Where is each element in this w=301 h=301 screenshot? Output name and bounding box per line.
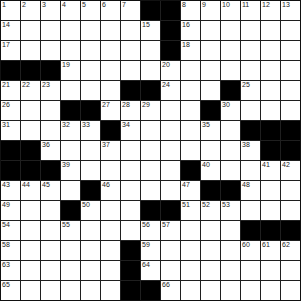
cell-r4c15[interactable] xyxy=(281,61,300,80)
cell-r9c14[interactable]: 41 xyxy=(261,161,280,180)
cell-r8c4[interactable] xyxy=(61,141,80,160)
cell-r14c6[interactable] xyxy=(101,261,120,280)
block-r12c13 xyxy=(241,221,260,240)
cell-r10c15[interactable] xyxy=(281,181,300,200)
cell-r1c11[interactable]: 9 xyxy=(201,1,220,20)
clue-number: 30 xyxy=(222,101,230,109)
cell-r10c13[interactable]: 48 xyxy=(241,181,260,200)
block-r7c13 xyxy=(241,121,260,140)
cell-r8c5[interactable] xyxy=(81,141,100,160)
cell-r2c5[interactable] xyxy=(81,21,100,40)
cell-r8c3[interactable]: 36 xyxy=(41,141,60,160)
cell-r2c15[interactable] xyxy=(281,21,300,40)
cell-r7c4[interactable]: 32 xyxy=(61,121,80,140)
cell-r15c12[interactable] xyxy=(221,281,240,300)
cell-r13c8[interactable]: 59 xyxy=(141,241,160,260)
cell-r5c3[interactable]: 23 xyxy=(41,81,60,100)
cell-r14c11[interactable] xyxy=(201,261,220,280)
cell-r8c8[interactable] xyxy=(141,141,160,160)
clue-number: 63 xyxy=(2,261,10,269)
cell-r8c6[interactable]: 37 xyxy=(101,141,120,160)
clue-number: 2 xyxy=(22,1,26,9)
clue-number: 31 xyxy=(2,121,10,129)
cell-r2c10[interactable]: 16 xyxy=(181,21,200,40)
cell-r7c3[interactable] xyxy=(41,121,60,140)
clue-number: 57 xyxy=(162,221,170,229)
cell-r4c5[interactable] xyxy=(81,61,100,80)
cell-r4c6[interactable] xyxy=(101,61,120,80)
cell-r10c1[interactable]: 43 xyxy=(1,181,20,200)
cell-r13c10[interactable] xyxy=(181,241,200,260)
cell-r13c11[interactable] xyxy=(201,241,220,260)
clue-number: 10 xyxy=(222,1,230,9)
block-r6c5 xyxy=(81,101,100,120)
cell-r3c5[interactable] xyxy=(81,41,100,60)
cell-r9c12[interactable] xyxy=(221,161,240,180)
clue-number: 34 xyxy=(122,121,130,129)
cell-r6c7[interactable]: 28 xyxy=(121,101,140,120)
cell-r15c14[interactable] xyxy=(261,281,280,300)
cell-r4c13[interactable] xyxy=(241,61,260,80)
cell-r11c2[interactable] xyxy=(21,201,40,220)
cell-r3c4[interactable] xyxy=(61,41,80,60)
block-r10c11 xyxy=(201,181,220,200)
clue-number: 47 xyxy=(182,181,190,189)
cell-r1c13[interactable]: 11 xyxy=(241,1,260,20)
cell-r9c9[interactable] xyxy=(161,161,180,180)
clue-number: 26 xyxy=(2,101,10,109)
cell-r2c13[interactable] xyxy=(241,21,260,40)
block-r12c15 xyxy=(281,221,300,240)
clue-number: 58 xyxy=(2,241,10,249)
cell-r9c8[interactable] xyxy=(141,161,160,180)
clue-number: 36 xyxy=(42,141,50,149)
clue-number: 16 xyxy=(182,21,190,29)
cell-r12c11[interactable] xyxy=(201,221,220,240)
cell-r2c12[interactable] xyxy=(221,21,240,40)
cell-r6c8[interactable]: 29 xyxy=(141,101,160,120)
cell-r10c7[interactable] xyxy=(121,181,140,200)
cell-r5c9[interactable]: 24 xyxy=(161,81,180,100)
block-r5c7 xyxy=(121,81,140,100)
block-r11c8 xyxy=(141,201,160,220)
clue-number: 64 xyxy=(142,261,150,269)
cell-r11c5[interactable]: 50 xyxy=(81,201,100,220)
cell-r3c8[interactable] xyxy=(141,41,160,60)
cell-r15c6[interactable] xyxy=(101,281,120,300)
clue-number: 12 xyxy=(262,1,270,9)
clue-number: 19 xyxy=(62,61,70,69)
clue-number: 13 xyxy=(282,1,290,9)
cell-r14c15[interactable] xyxy=(281,261,300,280)
cell-r4c14[interactable] xyxy=(261,61,280,80)
cell-r6c15[interactable] xyxy=(281,101,300,120)
cell-r7c1[interactable]: 31 xyxy=(1,121,20,140)
cell-r5c1[interactable]: 21 xyxy=(1,81,20,100)
cell-r15c4[interactable] xyxy=(61,281,80,300)
cell-r14c5[interactable] xyxy=(81,261,100,280)
clue-number: 9 xyxy=(202,1,206,9)
clue-number: 4 xyxy=(62,1,66,9)
block-r8c1 xyxy=(1,141,20,160)
cell-r10c6[interactable]: 46 xyxy=(101,181,120,200)
clue-number: 35 xyxy=(202,121,210,129)
cell-r14c1[interactable]: 63 xyxy=(1,261,20,280)
cell-r8c11[interactable] xyxy=(201,141,220,160)
cell-r10c9[interactable] xyxy=(161,181,180,200)
cell-r3c11[interactable] xyxy=(201,41,220,60)
clue-number: 44 xyxy=(22,181,30,189)
cell-r12c8[interactable]: 56 xyxy=(141,221,160,240)
cell-r12c9[interactable]: 57 xyxy=(161,221,180,240)
cell-r7c9[interactable] xyxy=(161,121,180,140)
cell-r15c15[interactable] xyxy=(281,281,300,300)
cell-r3c14[interactable] xyxy=(261,41,280,60)
cell-r13c13[interactable]: 60 xyxy=(241,241,260,260)
clue-number: 1 xyxy=(2,1,6,9)
cell-r13c2[interactable] xyxy=(21,241,40,260)
cell-r1c12[interactable]: 10 xyxy=(221,1,240,20)
block-r4c2 xyxy=(21,61,40,80)
clue-number: 46 xyxy=(102,181,110,189)
cell-r13c5[interactable] xyxy=(81,241,100,260)
cell-r14c3[interactable] xyxy=(41,261,60,280)
cell-r4c8[interactable] xyxy=(141,61,160,80)
clue-number: 24 xyxy=(162,81,170,89)
cell-r11c7[interactable] xyxy=(121,201,140,220)
cell-r12c5[interactable] xyxy=(81,221,100,240)
clue-number: 40 xyxy=(202,161,210,169)
cell-r3c3[interactable] xyxy=(41,41,60,60)
cell-r6c1[interactable]: 26 xyxy=(1,101,20,120)
block-r8c2 xyxy=(21,141,40,160)
clue-number: 29 xyxy=(142,101,150,109)
clue-number: 28 xyxy=(122,101,130,109)
clue-number: 43 xyxy=(2,181,10,189)
cell-r11c3[interactable] xyxy=(41,201,60,220)
cell-r11c1[interactable]: 49 xyxy=(1,201,20,220)
clue-number: 23 xyxy=(42,81,50,89)
crossword-grid: 1234567891011121314151617181920212223242… xyxy=(0,0,301,301)
cell-r1c1[interactable]: 1 xyxy=(1,1,20,20)
clue-number: 62 xyxy=(282,241,290,249)
cell-r1c5[interactable]: 5 xyxy=(81,1,100,20)
cell-r4c4[interactable]: 19 xyxy=(61,61,80,80)
block-r4c3 xyxy=(41,61,60,80)
clue-number: 50 xyxy=(82,201,90,209)
clue-number: 51 xyxy=(182,201,190,209)
block-r9c2 xyxy=(21,161,40,180)
clue-number: 18 xyxy=(182,41,190,49)
clue-number: 59 xyxy=(142,241,150,249)
cell-r12c7[interactable] xyxy=(121,221,140,240)
cell-r12c4[interactable]: 55 xyxy=(61,221,80,240)
clue-number: 48 xyxy=(242,181,250,189)
clue-number: 8 xyxy=(182,1,186,9)
cell-r11c11[interactable]: 52 xyxy=(201,201,220,220)
block-r1c9 xyxy=(161,1,180,20)
block-r5c8 xyxy=(141,81,160,100)
cell-r14c10[interactable] xyxy=(181,261,200,280)
cell-r6c2[interactable] xyxy=(21,101,40,120)
cell-r6c6[interactable]: 27 xyxy=(101,101,120,120)
block-r6c4 xyxy=(61,101,80,120)
block-r2c9 xyxy=(161,21,180,40)
cell-r8c10[interactable] xyxy=(181,141,200,160)
clue-number: 53 xyxy=(222,201,230,209)
clue-number: 21 xyxy=(2,81,10,89)
cell-r15c9[interactable]: 66 xyxy=(161,281,180,300)
block-r12c14 xyxy=(261,221,280,240)
cell-r1c10[interactable]: 8 xyxy=(181,1,200,20)
clue-number: 55 xyxy=(62,221,70,229)
block-r4c1 xyxy=(1,61,20,80)
cell-r7c12[interactable] xyxy=(221,121,240,140)
block-r11c9 xyxy=(161,201,180,220)
cell-r14c13[interactable] xyxy=(241,261,260,280)
block-r8c15 xyxy=(281,141,300,160)
clue-number: 60 xyxy=(242,241,250,249)
cell-r11c6[interactable] xyxy=(101,201,120,220)
cell-r7c5[interactable]: 33 xyxy=(81,121,100,140)
cell-r7c11[interactable]: 35 xyxy=(201,121,220,140)
cell-r3c1[interactable]: 17 xyxy=(1,41,20,60)
block-r15c7 xyxy=(121,281,140,300)
cell-r12c1[interactable]: 54 xyxy=(1,221,20,240)
cell-r9c11[interactable]: 40 xyxy=(201,161,220,180)
cell-r7c7[interactable]: 34 xyxy=(121,121,140,140)
cell-r3c12[interactable] xyxy=(221,41,240,60)
cell-r6c3[interactable] xyxy=(41,101,60,120)
cell-r12c10[interactable] xyxy=(181,221,200,240)
cell-r6c12[interactable]: 30 xyxy=(221,101,240,120)
cell-r15c2[interactable] xyxy=(21,281,40,300)
cell-r13c4[interactable] xyxy=(61,241,80,260)
cell-r4c10[interactable] xyxy=(181,61,200,80)
clue-number: 14 xyxy=(2,21,10,29)
clue-number: 6 xyxy=(102,1,106,9)
block-r9c1 xyxy=(1,161,20,180)
cell-r13c6[interactable] xyxy=(101,241,120,260)
cell-r12c12[interactable] xyxy=(221,221,240,240)
cell-r14c4[interactable] xyxy=(61,261,80,280)
cell-r2c2[interactable] xyxy=(21,21,40,40)
cell-r3c13[interactable] xyxy=(241,41,260,60)
cell-r9c4[interactable]: 39 xyxy=(61,161,80,180)
cell-r7c8[interactable] xyxy=(141,121,160,140)
cell-r15c13[interactable] xyxy=(241,281,260,300)
cell-r5c6[interactable] xyxy=(101,81,120,100)
clue-number: 20 xyxy=(162,61,170,69)
cell-r1c15[interactable]: 13 xyxy=(281,1,300,20)
cell-r3c15[interactable] xyxy=(281,41,300,60)
cell-r11c10[interactable]: 51 xyxy=(181,201,200,220)
cell-r14c14[interactable] xyxy=(261,261,280,280)
clue-number: 17 xyxy=(2,41,10,49)
cell-r12c2[interactable] xyxy=(21,221,40,240)
cell-r13c12[interactable] xyxy=(221,241,240,260)
block-r6c11 xyxy=(201,101,220,120)
clue-number: 38 xyxy=(242,141,250,149)
cell-r2c14[interactable] xyxy=(261,21,280,40)
clue-number: 41 xyxy=(262,161,270,169)
block-r7c15 xyxy=(281,121,300,140)
cell-r5c14[interactable] xyxy=(261,81,280,100)
cell-r10c4[interactable] xyxy=(61,181,80,200)
clue-number: 27 xyxy=(102,101,110,109)
cell-r4c12[interactable] xyxy=(221,61,240,80)
cell-r6c13[interactable] xyxy=(241,101,260,120)
cell-r6c9[interactable] xyxy=(161,101,180,120)
block-r1c8 xyxy=(141,1,160,20)
cell-r1c2[interactable]: 2 xyxy=(21,1,40,20)
block-r3c9 xyxy=(161,41,180,60)
cell-r1c6[interactable]: 6 xyxy=(101,1,120,20)
clue-number: 49 xyxy=(2,201,10,209)
clue-number: 33 xyxy=(82,121,90,129)
cell-r14c12[interactable] xyxy=(221,261,240,280)
cell-r9c15[interactable]: 42 xyxy=(281,161,300,180)
cell-r8c7[interactable] xyxy=(121,141,140,160)
cell-r10c10[interactable]: 47 xyxy=(181,181,200,200)
clue-number: 37 xyxy=(102,141,110,149)
cell-r2c7[interactable] xyxy=(121,21,140,40)
cell-r15c3[interactable] xyxy=(41,281,60,300)
cell-r12c6[interactable] xyxy=(101,221,120,240)
block-r7c14 xyxy=(261,121,280,140)
cell-r5c11[interactable] xyxy=(201,81,220,100)
block-r9c3 xyxy=(41,161,60,180)
cell-r8c13[interactable]: 38 xyxy=(241,141,260,160)
block-r7c6 xyxy=(101,121,120,140)
cell-r13c3[interactable] xyxy=(41,241,60,260)
cell-r5c13[interactable]: 25 xyxy=(241,81,260,100)
cell-r5c4[interactable] xyxy=(61,81,80,100)
cell-r15c5[interactable] xyxy=(81,281,100,300)
clue-number: 39 xyxy=(62,161,70,169)
block-r8c14 xyxy=(261,141,280,160)
cell-r5c15[interactable] xyxy=(281,81,300,100)
cell-r3c6[interactable] xyxy=(101,41,120,60)
cell-r5c2[interactable]: 22 xyxy=(21,81,40,100)
cell-r10c3[interactable]: 45 xyxy=(41,181,60,200)
block-r14c7 xyxy=(121,261,140,280)
cell-r1c4[interactable]: 4 xyxy=(61,1,80,20)
cell-r3c7[interactable] xyxy=(121,41,140,60)
clue-number: 3 xyxy=(42,1,46,9)
cell-r11c12[interactable]: 53 xyxy=(221,201,240,220)
clue-number: 5 xyxy=(82,1,86,9)
block-r10c12 xyxy=(221,181,240,200)
clue-number: 11 xyxy=(242,1,249,9)
cell-r4c7[interactable] xyxy=(121,61,140,80)
clue-number: 56 xyxy=(142,221,150,229)
cell-r8c9[interactable] xyxy=(161,141,180,160)
cell-r1c7[interactable]: 7 xyxy=(121,1,140,20)
cell-r2c8[interactable]: 15 xyxy=(141,21,160,40)
cell-r15c11[interactable] xyxy=(201,281,220,300)
block-r5c12 xyxy=(221,81,240,100)
cell-r2c3[interactable] xyxy=(41,21,60,40)
cell-r3c10[interactable]: 18 xyxy=(181,41,200,60)
cell-r4c11[interactable] xyxy=(201,61,220,80)
cell-r13c15[interactable]: 62 xyxy=(281,241,300,260)
cell-r2c11[interactable] xyxy=(201,21,220,40)
cell-r9c6[interactable] xyxy=(101,161,120,180)
cell-r8c12[interactable] xyxy=(221,141,240,160)
cell-r3c2[interactable] xyxy=(21,41,40,60)
cell-r1c14[interactable]: 12 xyxy=(261,1,280,20)
cell-r12c3[interactable] xyxy=(41,221,60,240)
cell-r11c14[interactable] xyxy=(261,201,280,220)
clue-number: 52 xyxy=(202,201,210,209)
clue-number: 66 xyxy=(162,281,170,289)
clue-number: 65 xyxy=(2,281,10,289)
cell-r9c5[interactable] xyxy=(81,161,100,180)
cell-r10c8[interactable] xyxy=(141,181,160,200)
block-r9c10 xyxy=(181,161,200,180)
cell-r1c3[interactable]: 3 xyxy=(41,1,60,20)
cell-r4c9[interactable]: 20 xyxy=(161,61,180,80)
cell-r11c13[interactable] xyxy=(241,201,260,220)
cell-r15c10[interactable] xyxy=(181,281,200,300)
clue-number: 42 xyxy=(282,161,290,169)
clue-number: 7 xyxy=(122,1,126,9)
cell-r7c10[interactable] xyxy=(181,121,200,140)
cell-r14c9[interactable] xyxy=(161,261,180,280)
cell-r13c14[interactable]: 61 xyxy=(261,241,280,260)
cell-r14c8[interactable]: 64 xyxy=(141,261,160,280)
cell-r15c1[interactable]: 65 xyxy=(1,281,20,300)
block-r15c8 xyxy=(141,281,160,300)
clue-number: 22 xyxy=(22,81,30,89)
cell-r6c10[interactable] xyxy=(181,101,200,120)
clue-number: 45 xyxy=(42,181,50,189)
cell-r13c1[interactable]: 58 xyxy=(1,241,20,260)
cell-r11c15[interactable] xyxy=(281,201,300,220)
cell-r2c4[interactable] xyxy=(61,21,80,40)
block-r13c7 xyxy=(121,241,140,260)
cell-r14c2[interactable] xyxy=(21,261,40,280)
cell-r13c9[interactable] xyxy=(161,241,180,260)
cell-r10c14[interactable] xyxy=(261,181,280,200)
clue-number: 15 xyxy=(142,21,150,29)
cell-r5c5[interactable] xyxy=(81,81,100,100)
cell-r10c2[interactable]: 44 xyxy=(21,181,40,200)
clue-number: 25 xyxy=(242,81,250,89)
cell-r2c1[interactable]: 14 xyxy=(1,21,20,40)
cell-r9c13[interactable] xyxy=(241,161,260,180)
cell-r7c2[interactable] xyxy=(21,121,40,140)
clue-number: 61 xyxy=(262,241,270,249)
cell-r2c6[interactable] xyxy=(101,21,120,40)
cell-r6c14[interactable] xyxy=(261,101,280,120)
cell-r9c7[interactable] xyxy=(121,161,140,180)
clue-number: 54 xyxy=(2,221,10,229)
block-r11c4 xyxy=(61,201,80,220)
clue-number: 32 xyxy=(62,121,70,129)
block-r10c5 xyxy=(81,181,100,200)
cell-r5c10[interactable] xyxy=(181,81,200,100)
